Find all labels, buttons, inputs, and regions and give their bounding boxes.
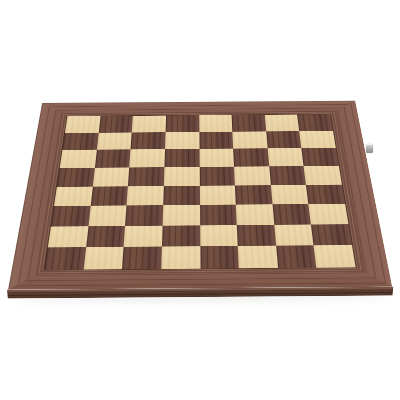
square-b1 — [83, 247, 123, 270]
square-h3 — [309, 204, 349, 225]
square-b4 — [90, 186, 128, 206]
square-e6 — [199, 149, 234, 167]
square-e5 — [199, 167, 235, 186]
square-b5 — [93, 167, 130, 186]
square-h5 — [304, 166, 342, 185]
square-a5 — [57, 168, 95, 187]
square-f5 — [234, 166, 271, 185]
square-d6 — [164, 149, 199, 167]
frame-left-rail — [8, 103, 69, 290]
square-c1 — [122, 247, 162, 270]
square-a8 — [65, 116, 100, 133]
chess-board — [8, 101, 392, 290]
square-a2 — [48, 226, 88, 248]
square-g5 — [269, 166, 306, 185]
square-g1 — [276, 246, 317, 268]
square-h2 — [311, 224, 352, 245]
square-d5 — [164, 167, 200, 186]
square-f7 — [232, 131, 267, 148]
square-a1 — [44, 247, 85, 270]
square-b3 — [88, 206, 127, 227]
board-front-edge — [7, 287, 393, 299]
square-e4 — [199, 185, 236, 205]
square-b2 — [86, 226, 126, 248]
square-d4 — [163, 186, 199, 206]
product-photo — [0, 0, 400, 400]
square-b6 — [95, 150, 131, 168]
square-c4 — [127, 186, 164, 206]
square-f2 — [237, 225, 276, 246]
square-d7 — [165, 132, 199, 149]
square-g2 — [274, 224, 314, 245]
square-a6 — [60, 150, 97, 168]
square-h4 — [306, 184, 345, 204]
square-d8 — [165, 115, 199, 132]
square-h1 — [314, 245, 356, 267]
square-h6 — [302, 148, 339, 166]
board-scene — [26, 12, 374, 360]
square-e8 — [199, 115, 233, 132]
square-e2 — [200, 225, 238, 247]
square-e7 — [199, 132, 233, 149]
square-c5 — [128, 167, 164, 186]
square-g3 — [272, 204, 311, 225]
square-c2 — [124, 226, 163, 248]
square-a4 — [54, 186, 93, 206]
photo-tilt-wrapper — [0, 0, 400, 400]
square-c7 — [131, 132, 166, 149]
square-d3 — [163, 205, 200, 226]
square-c8 — [132, 116, 166, 133]
square-f8 — [232, 115, 266, 132]
square-a3 — [51, 206, 90, 227]
square-f4 — [235, 185, 272, 205]
square-f1 — [238, 246, 278, 268]
square-c6 — [129, 149, 164, 167]
square-a7 — [62, 133, 98, 150]
square-h7 — [299, 131, 335, 148]
square-f6 — [233, 148, 269, 166]
frame-right-rail — [328, 101, 392, 287]
square-e3 — [200, 205, 237, 226]
square-d1 — [161, 246, 200, 268]
square-c3 — [125, 205, 163, 226]
square-d2 — [162, 225, 200, 247]
metal-clasp — [366, 144, 373, 153]
square-f3 — [236, 204, 274, 225]
square-h8 — [297, 114, 333, 131]
board-grid — [44, 114, 355, 270]
square-g4 — [271, 185, 309, 205]
square-g7 — [266, 131, 302, 148]
square-e1 — [200, 246, 239, 268]
square-b8 — [98, 116, 133, 133]
square-g6 — [267, 148, 303, 166]
square-b7 — [97, 132, 132, 149]
board-frame — [8, 101, 392, 290]
square-g8 — [265, 115, 300, 132]
